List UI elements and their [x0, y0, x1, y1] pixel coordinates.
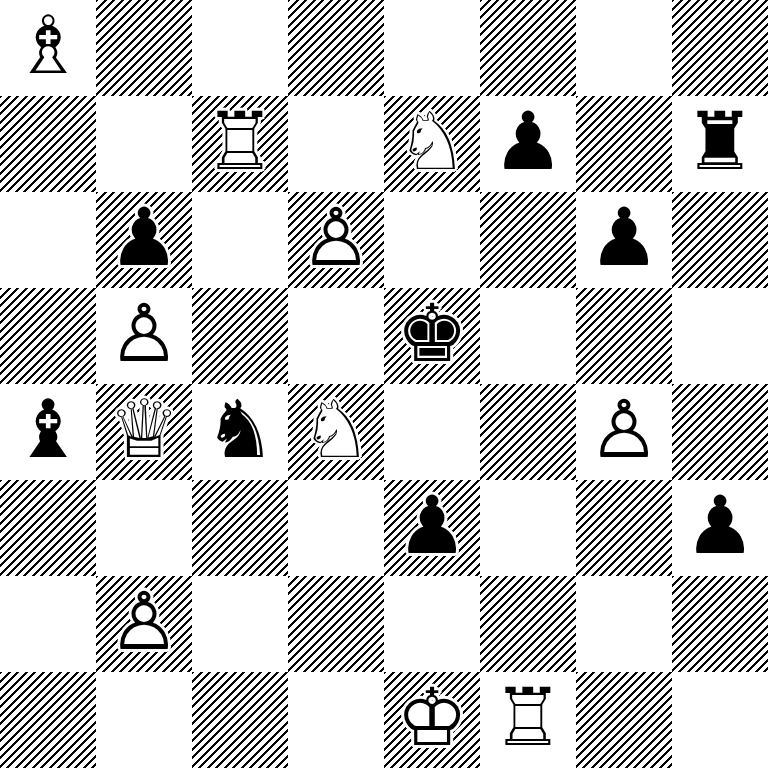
piece-white-pawn: ♙	[96, 576, 192, 672]
piece-black-pawn: ♟	[480, 96, 576, 192]
piece-black-rook: ♜	[672, 96, 768, 192]
square-e5[interactable]: ♚♚	[384, 288, 480, 384]
square-b3[interactable]	[96, 480, 192, 576]
piece-white-knight: ♘	[384, 96, 480, 192]
piece-black-knight: ♞	[192, 384, 288, 480]
square-b8[interactable]	[96, 0, 192, 96]
square-c5[interactable]	[192, 288, 288, 384]
square-h1[interactable]	[672, 672, 768, 768]
square-f6[interactable]	[480, 192, 576, 288]
square-g3[interactable]	[576, 480, 672, 576]
piece-black-king: ♚	[384, 288, 480, 384]
square-e7[interactable]: ♞♘	[384, 96, 480, 192]
square-g8[interactable]	[576, 0, 672, 96]
square-c3[interactable]	[192, 480, 288, 576]
square-h5[interactable]	[672, 288, 768, 384]
square-d8[interactable]	[288, 0, 384, 96]
piece-white-king: ♔	[384, 672, 480, 768]
piece-white-knight: ♘	[288, 384, 384, 480]
square-a3[interactable]	[0, 480, 96, 576]
square-c6[interactable]	[192, 192, 288, 288]
square-g5[interactable]	[576, 288, 672, 384]
piece-black-pawn: ♟	[384, 480, 480, 576]
square-f8[interactable]	[480, 0, 576, 96]
square-d4[interactable]: ♞♘	[288, 384, 384, 480]
square-a1[interactable]	[0, 672, 96, 768]
square-b2[interactable]: ♟♙	[96, 576, 192, 672]
square-f7[interactable]: ♟♟	[480, 96, 576, 192]
square-d7[interactable]	[288, 96, 384, 192]
square-f1[interactable]: ♜♖	[480, 672, 576, 768]
piece-white-rook: ♖	[192, 96, 288, 192]
square-h8[interactable]	[672, 0, 768, 96]
square-h2[interactable]	[672, 576, 768, 672]
square-b1[interactable]	[96, 672, 192, 768]
square-b5[interactable]: ♟♙	[96, 288, 192, 384]
square-c8[interactable]	[192, 0, 288, 96]
square-e1[interactable]: ♚♔	[384, 672, 480, 768]
square-b4[interactable]: ♛♕	[96, 384, 192, 480]
square-a2[interactable]	[0, 576, 96, 672]
square-e3[interactable]: ♟♟	[384, 480, 480, 576]
square-e6[interactable]	[384, 192, 480, 288]
square-h7[interactable]: ♜♜	[672, 96, 768, 192]
square-d5[interactable]	[288, 288, 384, 384]
square-a5[interactable]	[0, 288, 96, 384]
square-e8[interactable]	[384, 0, 480, 96]
square-g6[interactable]: ♟♟	[576, 192, 672, 288]
piece-white-pawn: ♙	[96, 288, 192, 384]
square-a6[interactable]	[0, 192, 96, 288]
square-e4[interactable]	[384, 384, 480, 480]
square-h4[interactable]	[672, 384, 768, 480]
square-c1[interactable]	[192, 672, 288, 768]
square-d3[interactable]	[288, 480, 384, 576]
square-c2[interactable]	[192, 576, 288, 672]
piece-white-bishop: ♗	[0, 0, 96, 96]
square-g2[interactable]	[576, 576, 672, 672]
square-h6[interactable]	[672, 192, 768, 288]
chess-board: ♝♗♜♖♞♘♟♟♜♜♟♟♟♙♟♟♟♙♚♚♝♝♛♕♞♞♞♘♟♙♟♟♟♟♟♙♚♔♜♖	[0, 0, 768, 768]
square-c4[interactable]: ♞♞	[192, 384, 288, 480]
square-d2[interactable]	[288, 576, 384, 672]
square-a7[interactable]	[0, 96, 96, 192]
piece-black-bishop: ♝	[0, 384, 96, 480]
square-f3[interactable]	[480, 480, 576, 576]
square-h3[interactable]: ♟♟	[672, 480, 768, 576]
square-f4[interactable]	[480, 384, 576, 480]
square-c7[interactable]: ♜♖	[192, 96, 288, 192]
square-g4[interactable]: ♟♙	[576, 384, 672, 480]
square-f2[interactable]	[480, 576, 576, 672]
piece-black-pawn: ♟	[672, 480, 768, 576]
square-d6[interactable]: ♟♙	[288, 192, 384, 288]
square-d1[interactable]	[288, 672, 384, 768]
square-e2[interactable]	[384, 576, 480, 672]
piece-white-pawn: ♙	[576, 384, 672, 480]
piece-white-pawn: ♙	[288, 192, 384, 288]
square-a4[interactable]: ♝♝	[0, 384, 96, 480]
piece-white-queen: ♕	[96, 384, 192, 480]
square-a8[interactable]: ♝♗	[0, 0, 96, 96]
square-g7[interactable]	[576, 96, 672, 192]
piece-black-pawn: ♟	[576, 192, 672, 288]
piece-black-pawn: ♟	[96, 192, 192, 288]
square-f5[interactable]	[480, 288, 576, 384]
square-g1[interactable]	[576, 672, 672, 768]
square-b7[interactable]	[96, 96, 192, 192]
piece-white-rook: ♖	[480, 672, 576, 768]
square-b6[interactable]: ♟♟	[96, 192, 192, 288]
